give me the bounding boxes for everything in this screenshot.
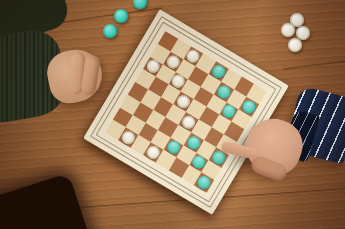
captured-white-piece[interactable]: [281, 23, 295, 37]
captured-white-piece[interactable]: [288, 38, 302, 52]
captured-teal-piece[interactable]: [103, 24, 117, 38]
captured-teal-piece[interactable]: [133, 0, 147, 9]
table-scene: [0, 0, 345, 229]
wood-plank-seam: [283, 60, 345, 71]
captured-teal-piece[interactable]: [114, 9, 128, 23]
table-edge-shadow: [0, 173, 94, 229]
